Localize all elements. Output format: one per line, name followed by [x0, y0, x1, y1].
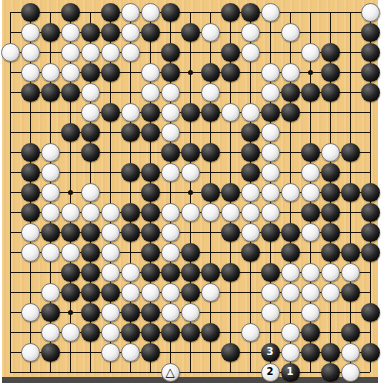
intersection-g17[interactable] [120, 42, 140, 62]
intersection-p9[interactable] [300, 202, 320, 222]
intersection-j14[interactable] [180, 102, 200, 122]
intersection-e6[interactable] [80, 262, 100, 282]
intersection-s1[interactable] [360, 362, 380, 382]
intersection-m16[interactable] [240, 62, 260, 82]
intersection-l10[interactable] [220, 182, 240, 202]
intersection-l18[interactable] [220, 22, 240, 42]
intersection-n19[interactable] [260, 2, 280, 22]
intersection-n8[interactable] [260, 222, 280, 242]
intersection-i12[interactable] [160, 142, 180, 162]
intersection-a11[interactable] [0, 162, 20, 182]
intersection-s5[interactable] [360, 282, 380, 302]
intersection-j18[interactable] [180, 22, 200, 42]
intersection-l11[interactable] [220, 162, 240, 182]
intersection-g10[interactable] [120, 182, 140, 202]
intersection-f1[interactable] [100, 362, 120, 382]
intersection-a9[interactable] [0, 202, 20, 222]
intersection-r8[interactable] [340, 222, 360, 242]
intersection-p18[interactable] [300, 22, 320, 42]
intersection-q6[interactable] [320, 262, 340, 282]
intersection-l12[interactable] [220, 142, 240, 162]
intersection-a15[interactable] [0, 82, 20, 102]
intersection-s19[interactable] [360, 2, 380, 22]
intersection-n10[interactable] [260, 182, 280, 202]
intersection-c18[interactable] [40, 22, 60, 42]
intersection-c16[interactable] [40, 62, 60, 82]
intersection-d6[interactable] [60, 262, 80, 282]
intersection-j7[interactable] [180, 242, 200, 262]
intersection-q2[interactable] [320, 342, 340, 362]
intersection-d10[interactable] [60, 182, 80, 202]
intersection-q16[interactable] [320, 62, 340, 82]
intersection-d12[interactable] [60, 142, 80, 162]
intersection-j12[interactable] [180, 142, 200, 162]
intersection-f5[interactable] [100, 282, 120, 302]
intersection-k16[interactable] [200, 62, 220, 82]
intersection-g1[interactable] [120, 362, 140, 382]
intersection-k10[interactable] [200, 182, 220, 202]
intersection-h18[interactable] [140, 22, 160, 42]
intersection-i5[interactable] [160, 282, 180, 302]
intersection-r3[interactable] [340, 322, 360, 342]
intersection-p17[interactable] [300, 42, 320, 62]
intersection-g19[interactable] [120, 2, 140, 22]
intersection-d9[interactable] [60, 202, 80, 222]
intersection-o15[interactable] [280, 82, 300, 102]
intersection-d5[interactable] [60, 282, 80, 302]
intersection-n15[interactable] [260, 82, 280, 102]
intersection-i3[interactable] [160, 322, 180, 342]
intersection-e9[interactable] [80, 202, 100, 222]
intersection-f11[interactable] [100, 162, 120, 182]
intersection-c5[interactable] [40, 282, 60, 302]
intersection-f9[interactable] [100, 202, 120, 222]
intersection-r1[interactable] [340, 362, 360, 382]
intersection-h19[interactable] [140, 2, 160, 22]
intersection-o18[interactable] [280, 22, 300, 42]
intersection-i10[interactable] [160, 182, 180, 202]
intersection-j11[interactable] [180, 162, 200, 182]
intersection-d13[interactable] [60, 122, 80, 142]
intersection-g2[interactable] [120, 342, 140, 362]
intersection-e8[interactable] [80, 222, 100, 242]
intersection-o13[interactable] [280, 122, 300, 142]
intersection-o9[interactable] [280, 202, 300, 222]
intersection-k11[interactable] [200, 162, 220, 182]
intersection-e16[interactable] [80, 62, 100, 82]
intersection-c14[interactable] [40, 102, 60, 122]
intersection-e4[interactable] [80, 302, 100, 322]
intersection-o11[interactable] [280, 162, 300, 182]
intersection-d1[interactable] [60, 362, 80, 382]
intersection-m10[interactable] [240, 182, 260, 202]
intersection-o19[interactable] [280, 2, 300, 22]
intersection-i1[interactable]: △ [160, 362, 180, 382]
intersection-o4[interactable] [280, 302, 300, 322]
intersection-s7[interactable] [360, 242, 380, 262]
intersection-k4[interactable] [200, 302, 220, 322]
intersection-s8[interactable] [360, 222, 380, 242]
intersection-f15[interactable] [100, 82, 120, 102]
intersection-r13[interactable] [340, 122, 360, 142]
intersection-h4[interactable] [140, 302, 160, 322]
intersection-o5[interactable] [280, 282, 300, 302]
intersection-j6[interactable] [180, 262, 200, 282]
intersection-j8[interactable] [180, 222, 200, 242]
intersection-a19[interactable] [0, 2, 20, 22]
intersection-e19[interactable] [80, 2, 100, 22]
intersection-g4[interactable] [120, 302, 140, 322]
intersection-g16[interactable] [120, 62, 140, 82]
intersection-s9[interactable] [360, 202, 380, 222]
intersection-f4[interactable] [100, 302, 120, 322]
intersection-d16[interactable] [60, 62, 80, 82]
intersection-k8[interactable] [200, 222, 220, 242]
intersection-f7[interactable] [100, 242, 120, 262]
intersection-i11[interactable] [160, 162, 180, 182]
intersection-o17[interactable] [280, 42, 300, 62]
intersection-r18[interactable] [340, 22, 360, 42]
intersection-m6[interactable] [240, 262, 260, 282]
intersection-h17[interactable] [140, 42, 160, 62]
intersection-j13[interactable] [180, 122, 200, 142]
intersection-o16[interactable] [280, 62, 300, 82]
intersection-e14[interactable] [80, 102, 100, 122]
intersection-d4[interactable] [60, 302, 80, 322]
intersection-n16[interactable] [260, 62, 280, 82]
intersection-c1[interactable] [40, 362, 60, 382]
intersection-r19[interactable] [340, 2, 360, 22]
intersection-h10[interactable] [140, 182, 160, 202]
intersection-m5[interactable] [240, 282, 260, 302]
intersection-h6[interactable] [140, 262, 160, 282]
intersection-i9[interactable] [160, 202, 180, 222]
intersection-b12[interactable] [20, 142, 40, 162]
intersection-e13[interactable] [80, 122, 100, 142]
intersection-a1[interactable] [0, 362, 20, 382]
intersection-p8[interactable] [300, 222, 320, 242]
intersection-r9[interactable] [340, 202, 360, 222]
intersection-f8[interactable] [100, 222, 120, 242]
intersection-k6[interactable] [200, 262, 220, 282]
intersection-c10[interactable] [40, 182, 60, 202]
intersection-q18[interactable] [320, 22, 340, 42]
intersection-n2[interactable]: 3 [260, 342, 280, 362]
intersection-j9[interactable] [180, 202, 200, 222]
intersection-a5[interactable] [0, 282, 20, 302]
intersection-h5[interactable] [140, 282, 160, 302]
intersection-n1[interactable]: 2 [260, 362, 280, 382]
intersection-l13[interactable] [220, 122, 240, 142]
intersection-n11[interactable] [260, 162, 280, 182]
intersection-o14[interactable] [280, 102, 300, 122]
intersection-p2[interactable] [300, 342, 320, 362]
intersection-i4[interactable] [160, 302, 180, 322]
intersection-b2[interactable] [20, 342, 40, 362]
intersection-o8[interactable] [280, 222, 300, 242]
intersection-q14[interactable] [320, 102, 340, 122]
intersection-a4[interactable] [0, 302, 20, 322]
intersection-d2[interactable] [60, 342, 80, 362]
intersection-h16[interactable] [140, 62, 160, 82]
intersection-f14[interactable] [100, 102, 120, 122]
intersection-h14[interactable] [140, 102, 160, 122]
intersection-b7[interactable] [20, 242, 40, 262]
intersection-a2[interactable] [0, 342, 20, 362]
intersection-j10[interactable] [180, 182, 200, 202]
intersection-b14[interactable] [20, 102, 40, 122]
intersection-r4[interactable] [340, 302, 360, 322]
intersection-m2[interactable] [240, 342, 260, 362]
intersection-j16[interactable] [180, 62, 200, 82]
intersection-d8[interactable] [60, 222, 80, 242]
intersection-q8[interactable] [320, 222, 340, 242]
intersection-j3[interactable] [180, 322, 200, 342]
intersection-f17[interactable] [100, 42, 120, 62]
intersection-s16[interactable] [360, 62, 380, 82]
intersection-l19[interactable] [220, 2, 240, 22]
intersection-d11[interactable] [60, 162, 80, 182]
intersection-c11[interactable] [40, 162, 60, 182]
intersection-e17[interactable] [80, 42, 100, 62]
intersection-l17[interactable] [220, 42, 240, 62]
intersection-k19[interactable] [200, 2, 220, 22]
intersection-n14[interactable] [260, 102, 280, 122]
intersection-p3[interactable] [300, 322, 320, 342]
intersection-l5[interactable] [220, 282, 240, 302]
intersection-f18[interactable] [100, 22, 120, 42]
intersection-l7[interactable] [220, 242, 240, 262]
intersection-p6[interactable] [300, 262, 320, 282]
intersection-r15[interactable] [340, 82, 360, 102]
intersection-b3[interactable] [20, 322, 40, 342]
intersection-k7[interactable] [200, 242, 220, 262]
intersection-k1[interactable] [200, 362, 220, 382]
intersection-g14[interactable] [120, 102, 140, 122]
intersection-r6[interactable] [340, 262, 360, 282]
intersection-r10[interactable] [340, 182, 360, 202]
intersection-b13[interactable] [20, 122, 40, 142]
intersection-g15[interactable] [120, 82, 140, 102]
intersection-n9[interactable] [260, 202, 280, 222]
intersection-q10[interactable] [320, 182, 340, 202]
intersection-c6[interactable] [40, 262, 60, 282]
intersection-e11[interactable] [80, 162, 100, 182]
intersection-l14[interactable] [220, 102, 240, 122]
intersection-j15[interactable] [180, 82, 200, 102]
intersection-k9[interactable] [200, 202, 220, 222]
intersection-p1[interactable] [300, 362, 320, 382]
intersection-e3[interactable] [80, 322, 100, 342]
intersection-i8[interactable] [160, 222, 180, 242]
intersection-n7[interactable] [260, 242, 280, 262]
intersection-q1[interactable] [320, 362, 340, 382]
intersection-b17[interactable] [20, 42, 40, 62]
intersection-k5[interactable] [200, 282, 220, 302]
intersection-g12[interactable] [120, 142, 140, 162]
intersection-o7[interactable] [280, 242, 300, 262]
intersection-a3[interactable] [0, 322, 20, 342]
intersection-a16[interactable] [0, 62, 20, 82]
intersection-n6[interactable] [260, 262, 280, 282]
intersection-b18[interactable] [20, 22, 40, 42]
intersection-h15[interactable] [140, 82, 160, 102]
intersection-c19[interactable] [40, 2, 60, 22]
intersection-l6[interactable] [220, 262, 240, 282]
intersection-c8[interactable] [40, 222, 60, 242]
intersection-i14[interactable] [160, 102, 180, 122]
intersection-j4[interactable] [180, 302, 200, 322]
intersection-q9[interactable] [320, 202, 340, 222]
intersection-g7[interactable] [120, 242, 140, 262]
intersection-f19[interactable] [100, 2, 120, 22]
intersection-b10[interactable] [20, 182, 40, 202]
intersection-l2[interactable] [220, 342, 240, 362]
intersection-p11[interactable] [300, 162, 320, 182]
intersection-p19[interactable] [300, 2, 320, 22]
intersection-i13[interactable] [160, 122, 180, 142]
go-board[interactable]: 3△21 [0, 2, 380, 382]
intersection-a12[interactable] [0, 142, 20, 162]
intersection-l3[interactable] [220, 322, 240, 342]
intersection-s13[interactable] [360, 122, 380, 142]
intersection-q3[interactable] [320, 322, 340, 342]
intersection-n18[interactable] [260, 22, 280, 42]
intersection-i16[interactable] [160, 62, 180, 82]
intersection-q7[interactable] [320, 242, 340, 262]
intersection-h9[interactable] [140, 202, 160, 222]
intersection-g9[interactable] [120, 202, 140, 222]
intersection-h2[interactable] [140, 342, 160, 362]
intersection-r17[interactable] [340, 42, 360, 62]
intersection-n12[interactable] [260, 142, 280, 162]
intersection-q15[interactable] [320, 82, 340, 102]
intersection-o10[interactable] [280, 182, 300, 202]
intersection-q11[interactable] [320, 162, 340, 182]
intersection-g13[interactable] [120, 122, 140, 142]
intersection-g18[interactable] [120, 22, 140, 42]
intersection-e18[interactable] [80, 22, 100, 42]
intersection-j2[interactable] [180, 342, 200, 362]
intersection-r2[interactable] [340, 342, 360, 362]
intersection-c7[interactable] [40, 242, 60, 262]
intersection-d17[interactable] [60, 42, 80, 62]
intersection-s14[interactable] [360, 102, 380, 122]
intersection-b6[interactable] [20, 262, 40, 282]
intersection-p15[interactable] [300, 82, 320, 102]
intersection-q4[interactable] [320, 302, 340, 322]
intersection-n13[interactable] [260, 122, 280, 142]
intersection-h11[interactable] [140, 162, 160, 182]
intersection-f12[interactable] [100, 142, 120, 162]
intersection-i17[interactable] [160, 42, 180, 62]
intersection-d3[interactable] [60, 322, 80, 342]
intersection-l8[interactable] [220, 222, 240, 242]
intersection-c2[interactable] [40, 342, 60, 362]
intersection-m12[interactable] [240, 142, 260, 162]
intersection-k3[interactable] [200, 322, 220, 342]
intersection-c17[interactable] [40, 42, 60, 62]
intersection-p5[interactable] [300, 282, 320, 302]
intersection-m4[interactable] [240, 302, 260, 322]
intersection-p4[interactable] [300, 302, 320, 322]
intersection-h3[interactable] [140, 322, 160, 342]
intersection-k2[interactable] [200, 342, 220, 362]
intersection-s12[interactable] [360, 142, 380, 162]
intersection-o1[interactable]: 1 [280, 362, 300, 382]
intersection-r11[interactable] [340, 162, 360, 182]
intersection-f13[interactable] [100, 122, 120, 142]
intersection-q13[interactable] [320, 122, 340, 142]
intersection-d19[interactable] [60, 2, 80, 22]
intersection-a13[interactable] [0, 122, 20, 142]
intersection-e1[interactable] [80, 362, 100, 382]
intersection-p16[interactable] [300, 62, 320, 82]
intersection-q12[interactable] [320, 142, 340, 162]
intersection-q5[interactable] [320, 282, 340, 302]
intersection-a8[interactable] [0, 222, 20, 242]
intersection-h7[interactable] [140, 242, 160, 262]
intersection-c15[interactable] [40, 82, 60, 102]
intersection-k12[interactable] [200, 142, 220, 162]
intersection-g8[interactable] [120, 222, 140, 242]
intersection-f16[interactable] [100, 62, 120, 82]
intersection-f10[interactable] [100, 182, 120, 202]
intersection-a6[interactable] [0, 262, 20, 282]
intersection-r7[interactable] [340, 242, 360, 262]
intersection-p12[interactable] [300, 142, 320, 162]
intersection-c12[interactable] [40, 142, 60, 162]
intersection-n17[interactable] [260, 42, 280, 62]
intersection-b1[interactable] [20, 362, 40, 382]
intersection-a14[interactable] [0, 102, 20, 122]
intersection-m8[interactable] [240, 222, 260, 242]
intersection-n5[interactable] [260, 282, 280, 302]
intersection-d18[interactable] [60, 22, 80, 42]
intersection-s17[interactable] [360, 42, 380, 62]
intersection-d7[interactable] [60, 242, 80, 262]
intersection-m13[interactable] [240, 122, 260, 142]
intersection-g11[interactable] [120, 162, 140, 182]
intersection-d15[interactable] [60, 82, 80, 102]
intersection-d14[interactable] [60, 102, 80, 122]
intersection-c4[interactable] [40, 302, 60, 322]
intersection-s18[interactable] [360, 22, 380, 42]
intersection-h12[interactable] [140, 142, 160, 162]
intersection-s6[interactable] [360, 262, 380, 282]
intersection-m7[interactable] [240, 242, 260, 262]
intersection-f2[interactable] [100, 342, 120, 362]
intersection-s2[interactable] [360, 342, 380, 362]
intersection-m14[interactable] [240, 102, 260, 122]
intersection-i19[interactable] [160, 2, 180, 22]
intersection-h1[interactable] [140, 362, 160, 382]
intersection-j1[interactable] [180, 362, 200, 382]
intersection-l9[interactable] [220, 202, 240, 222]
intersection-r12[interactable] [340, 142, 360, 162]
intersection-p10[interactable] [300, 182, 320, 202]
intersection-q17[interactable] [320, 42, 340, 62]
intersection-e10[interactable] [80, 182, 100, 202]
intersection-i7[interactable] [160, 242, 180, 262]
intersection-g5[interactable] [120, 282, 140, 302]
intersection-o3[interactable] [280, 322, 300, 342]
intersection-h8[interactable] [140, 222, 160, 242]
intersection-b4[interactable] [20, 302, 40, 322]
intersection-b15[interactable] [20, 82, 40, 102]
intersection-m19[interactable] [240, 2, 260, 22]
intersection-m9[interactable] [240, 202, 260, 222]
